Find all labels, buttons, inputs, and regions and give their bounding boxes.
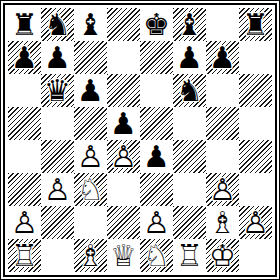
white-queen-d1-icon: ♕ <box>107 239 140 272</box>
square-a3 <box>8 173 41 206</box>
piece-halo: ♟ <box>140 206 173 239</box>
square-e7 <box>140 41 173 74</box>
square-d8 <box>107 8 140 41</box>
square-f8: ♝♝ <box>173 8 206 41</box>
black-pawn-d5-icon: ♟ <box>107 107 140 140</box>
square-h4 <box>239 140 272 173</box>
square-a5 <box>8 107 41 140</box>
square-h2: ♟♙ <box>239 206 272 239</box>
square-a7: ♟♟ <box>8 41 41 74</box>
square-a2: ♟♙ <box>8 206 41 239</box>
square-f2 <box>173 206 206 239</box>
square-b6: ♛♛ <box>41 74 74 107</box>
white-king-g1-icon: ♔ <box>206 239 239 272</box>
white-pawn-a2-icon: ♙ <box>8 206 41 239</box>
square-f1: ♜♖ <box>173 239 206 272</box>
square-c1: ♝♗ <box>74 239 107 272</box>
square-h6 <box>239 74 272 107</box>
black-pawn-b7-icon: ♟ <box>41 41 74 74</box>
piece-halo: ♟ <box>8 41 41 74</box>
square-c5 <box>74 107 107 140</box>
piece-halo: ♚ <box>140 8 173 41</box>
piece-halo: ♟ <box>206 173 239 206</box>
white-pawn-d4-icon: ♙ <box>107 140 140 173</box>
square-d3 <box>107 173 140 206</box>
square-e1: ♞♘ <box>140 239 173 272</box>
square-a6 <box>8 74 41 107</box>
square-c8: ♝♝ <box>74 8 107 41</box>
square-a1: ♜♖ <box>8 239 41 272</box>
piece-halo: ♟ <box>74 140 107 173</box>
piece-halo: ♞ <box>41 8 74 41</box>
piece-halo: ♟ <box>41 41 74 74</box>
piece-halo: ♟ <box>41 173 74 206</box>
square-b4 <box>41 140 74 173</box>
square-d4: ♟♙ <box>107 140 140 173</box>
piece-halo: ♟ <box>8 206 41 239</box>
black-pawn-c6-icon: ♟ <box>74 74 107 107</box>
square-c3: ♞♘ <box>74 173 107 206</box>
piece-halo: ♛ <box>107 239 140 272</box>
piece-halo: ♟ <box>74 74 107 107</box>
black-pawn-e4-icon: ♟ <box>140 140 173 173</box>
square-g2: ♝♗ <box>206 206 239 239</box>
square-e3 <box>140 173 173 206</box>
white-bishop-c1-icon: ♗ <box>74 239 107 272</box>
square-d6 <box>107 74 140 107</box>
square-g3: ♟♙ <box>206 173 239 206</box>
white-pawn-b3-icon: ♙ <box>41 173 74 206</box>
square-e2: ♟♙ <box>140 206 173 239</box>
square-b7: ♟♟ <box>41 41 74 74</box>
square-g1: ♚♔ <box>206 239 239 272</box>
square-c7 <box>74 41 107 74</box>
square-d1: ♛♕ <box>107 239 140 272</box>
piece-halo: ♝ <box>74 239 107 272</box>
piece-halo: ♟ <box>173 41 206 74</box>
white-pawn-g3-icon: ♙ <box>206 173 239 206</box>
square-g6 <box>206 74 239 107</box>
white-bishop-g2-icon: ♗ <box>206 206 239 239</box>
square-b1 <box>41 239 74 272</box>
chess-diagram: ♜♜♞♞♝♝♚♚♝♝♜♜♟♟♟♟♟♟♟♟♛♛♟♟♞♞♟♟♟♙♟♙♟♟♟♙♞♘♟♙… <box>0 0 280 280</box>
square-d7 <box>107 41 140 74</box>
white-knight-e1-icon: ♘ <box>140 239 173 272</box>
square-b5 <box>41 107 74 140</box>
black-queen-b6-icon: ♛ <box>41 74 74 107</box>
square-g4 <box>206 140 239 173</box>
square-c6: ♟♟ <box>74 74 107 107</box>
piece-halo: ♛ <box>41 74 74 107</box>
black-rook-h8-icon: ♜ <box>239 8 272 41</box>
piece-halo: ♜ <box>8 239 41 272</box>
white-knight-c3-icon: ♘ <box>74 173 107 206</box>
piece-halo: ♞ <box>74 173 107 206</box>
black-knight-f6-icon: ♞ <box>173 74 206 107</box>
piece-halo: ♞ <box>140 239 173 272</box>
square-h7 <box>239 41 272 74</box>
piece-halo: ♝ <box>173 8 206 41</box>
piece-halo: ♝ <box>74 8 107 41</box>
square-h5 <box>239 107 272 140</box>
square-d2 <box>107 206 140 239</box>
square-b2 <box>41 206 74 239</box>
square-h3 <box>239 173 272 206</box>
black-king-e8-icon: ♚ <box>140 8 173 41</box>
square-f7: ♟♟ <box>173 41 206 74</box>
piece-halo: ♝ <box>206 206 239 239</box>
square-c2 <box>74 206 107 239</box>
piece-halo: ♚ <box>206 239 239 272</box>
piece-halo: ♟ <box>107 140 140 173</box>
piece-halo: ♜ <box>239 8 272 41</box>
white-rook-a1-icon: ♖ <box>8 239 41 272</box>
piece-halo: ♟ <box>140 140 173 173</box>
piece-halo: ♜ <box>8 8 41 41</box>
white-pawn-c4-icon: ♙ <box>74 140 107 173</box>
square-g8 <box>206 8 239 41</box>
chess-board: ♜♜♞♞♝♝♚♚♝♝♜♜♟♟♟♟♟♟♟♟♛♛♟♟♞♞♟♟♟♙♟♙♟♟♟♙♞♘♟♙… <box>8 8 272 272</box>
square-g5 <box>206 107 239 140</box>
black-pawn-g7-icon: ♟ <box>206 41 239 74</box>
black-bishop-f8-icon: ♝ <box>173 8 206 41</box>
square-e4: ♟♟ <box>140 140 173 173</box>
black-bishop-c8-icon: ♝ <box>74 8 107 41</box>
square-e8: ♚♚ <box>140 8 173 41</box>
square-f6: ♞♞ <box>173 74 206 107</box>
square-f4 <box>173 140 206 173</box>
square-h1 <box>239 239 272 272</box>
square-e6 <box>140 74 173 107</box>
black-rook-a8-icon: ♜ <box>8 8 41 41</box>
piece-halo: ♟ <box>206 41 239 74</box>
square-b3: ♟♙ <box>41 173 74 206</box>
piece-halo: ♟ <box>239 206 272 239</box>
white-pawn-e2-icon: ♙ <box>140 206 173 239</box>
black-knight-b8-icon: ♞ <box>41 8 74 41</box>
piece-halo: ♜ <box>173 239 206 272</box>
piece-halo: ♞ <box>173 74 206 107</box>
square-e5 <box>140 107 173 140</box>
square-d5: ♟♟ <box>107 107 140 140</box>
piece-halo: ♟ <box>107 107 140 140</box>
square-a8: ♜♜ <box>8 8 41 41</box>
square-f5 <box>173 107 206 140</box>
square-c4: ♟♙ <box>74 140 107 173</box>
black-pawn-f7-icon: ♟ <box>173 41 206 74</box>
square-a4 <box>8 140 41 173</box>
white-pawn-h2-icon: ♙ <box>239 206 272 239</box>
square-f3 <box>173 173 206 206</box>
white-rook-f1-icon: ♖ <box>173 239 206 272</box>
black-pawn-a7-icon: ♟ <box>8 41 41 74</box>
square-g7: ♟♟ <box>206 41 239 74</box>
square-h8: ♜♜ <box>239 8 272 41</box>
square-b8: ♞♞ <box>41 8 74 41</box>
